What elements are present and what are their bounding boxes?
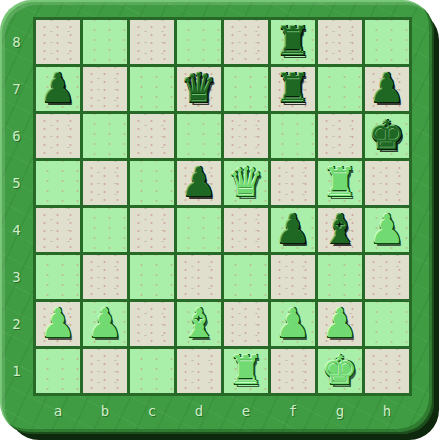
square-c1[interactable] xyxy=(130,349,174,393)
square-e3[interactable] xyxy=(224,255,268,299)
square-f3[interactable] xyxy=(271,255,315,299)
file-label-h: h xyxy=(365,399,409,423)
square-c4[interactable] xyxy=(130,208,174,252)
piece-white-bishop[interactable]: ♝ xyxy=(181,301,217,345)
square-d8[interactable] xyxy=(177,20,221,64)
square-a1[interactable] xyxy=(36,349,80,393)
square-g7[interactable] xyxy=(318,67,362,111)
square-h2[interactable] xyxy=(365,302,409,346)
square-h7[interactable]: ♟ xyxy=(365,67,409,111)
square-b2[interactable]: ♟ xyxy=(83,302,127,346)
square-g8[interactable] xyxy=(318,20,362,64)
piece-white-pawn[interactable]: ♟ xyxy=(275,301,311,345)
square-f8[interactable]: ♜ xyxy=(271,20,315,64)
rank-label-7: 7 xyxy=(0,67,33,111)
square-e5[interactable]: ♛ xyxy=(224,161,268,205)
file-label-c: c xyxy=(130,399,174,423)
piece-black-pawn[interactable]: ♟ xyxy=(369,66,405,110)
rank-label-1: 1 xyxy=(0,349,33,393)
square-d4[interactable] xyxy=(177,208,221,252)
piece-black-king[interactable]: ♚ xyxy=(369,113,405,157)
rank-labels: 87654321 xyxy=(0,20,33,393)
square-a5[interactable] xyxy=(36,161,80,205)
square-e6[interactable] xyxy=(224,114,268,158)
piece-white-pawn[interactable]: ♟ xyxy=(87,301,123,345)
piece-black-rook[interactable]: ♜ xyxy=(275,66,311,110)
square-h1[interactable] xyxy=(365,349,409,393)
square-b5[interactable] xyxy=(83,161,127,205)
piece-black-pawn[interactable]: ♟ xyxy=(40,66,76,110)
square-c8[interactable] xyxy=(130,20,174,64)
square-b3[interactable] xyxy=(83,255,127,299)
square-e1[interactable]: ♜ xyxy=(224,349,268,393)
rank-label-8: 8 xyxy=(0,20,33,64)
square-d5[interactable]: ♟ xyxy=(177,161,221,205)
file-label-f: f xyxy=(271,399,315,423)
square-a4[interactable] xyxy=(36,208,80,252)
square-c6[interactable] xyxy=(130,114,174,158)
square-d1[interactable] xyxy=(177,349,221,393)
rank-label-2: 2 xyxy=(0,302,33,346)
piece-white-queen[interactable]: ♛ xyxy=(228,160,264,204)
square-b7[interactable] xyxy=(83,67,127,111)
square-g2[interactable]: ♟ xyxy=(318,302,362,346)
square-b1[interactable] xyxy=(83,349,127,393)
square-h4[interactable]: ♟ xyxy=(365,208,409,252)
square-b4[interactable] xyxy=(83,208,127,252)
square-f4[interactable]: ♟ xyxy=(271,208,315,252)
file-label-b: b xyxy=(83,399,127,423)
piece-black-rook[interactable]: ♜ xyxy=(275,19,311,63)
square-a7[interactable]: ♟ xyxy=(36,67,80,111)
square-h3[interactable] xyxy=(365,255,409,299)
file-label-e: e xyxy=(224,399,268,423)
square-d3[interactable] xyxy=(177,255,221,299)
piece-white-king[interactable]: ♚ xyxy=(322,348,358,392)
square-d2[interactable]: ♝ xyxy=(177,302,221,346)
square-f5[interactable] xyxy=(271,161,315,205)
square-e4[interactable] xyxy=(224,208,268,252)
square-e2[interactable] xyxy=(224,302,268,346)
rank-label-3: 3 xyxy=(0,255,33,299)
square-d6[interactable] xyxy=(177,114,221,158)
square-e7[interactable] xyxy=(224,67,268,111)
piece-black-queen[interactable]: ♛ xyxy=(181,66,217,110)
piece-white-pawn[interactable]: ♟ xyxy=(369,207,405,251)
piece-white-pawn[interactable]: ♟ xyxy=(40,301,76,345)
square-b8[interactable] xyxy=(83,20,127,64)
square-a2[interactable]: ♟ xyxy=(36,302,80,346)
chess-board: ♜♟♛♜♟♚♟♛♜♟♝♟♟♟♝♟♟♜♚ xyxy=(33,17,412,396)
square-b6[interactable] xyxy=(83,114,127,158)
square-c7[interactable] xyxy=(130,67,174,111)
square-h6[interactable]: ♚ xyxy=(365,114,409,158)
rank-label-4: 4 xyxy=(0,208,33,252)
chess-app: 87654321 ♜♟♛♜♟♚♟♛♜♟♝♟♟♟♝♟♟♜♚ abcdefgh xyxy=(0,0,444,442)
square-h5[interactable] xyxy=(365,161,409,205)
rank-label-5: 5 xyxy=(0,161,33,205)
square-c5[interactable] xyxy=(130,161,174,205)
piece-white-rook[interactable]: ♜ xyxy=(228,348,264,392)
file-label-a: a xyxy=(36,399,80,423)
square-a8[interactable] xyxy=(36,20,80,64)
square-g1[interactable]: ♚ xyxy=(318,349,362,393)
piece-black-pawn[interactable]: ♟ xyxy=(181,160,217,204)
square-f7[interactable]: ♜ xyxy=(271,67,315,111)
piece-white-pawn[interactable]: ♟ xyxy=(322,301,358,345)
square-g5[interactable]: ♜ xyxy=(318,161,362,205)
piece-white-rook[interactable]: ♜ xyxy=(322,160,358,204)
square-d7[interactable]: ♛ xyxy=(177,67,221,111)
file-label-d: d xyxy=(177,399,221,423)
square-g6[interactable] xyxy=(318,114,362,158)
square-g4[interactable]: ♝ xyxy=(318,208,362,252)
square-f6[interactable] xyxy=(271,114,315,158)
file-label-g: g xyxy=(318,399,362,423)
piece-black-bishop[interactable]: ♝ xyxy=(322,207,358,251)
square-a6[interactable] xyxy=(36,114,80,158)
piece-black-pawn[interactable]: ♟ xyxy=(275,207,311,251)
square-c3[interactable] xyxy=(130,255,174,299)
square-h8[interactable] xyxy=(365,20,409,64)
square-e8[interactable] xyxy=(224,20,268,64)
square-f2[interactable]: ♟ xyxy=(271,302,315,346)
square-g3[interactable] xyxy=(318,255,362,299)
square-a3[interactable] xyxy=(36,255,80,299)
rank-label-6: 6 xyxy=(0,114,33,158)
square-f1[interactable] xyxy=(271,349,315,393)
file-labels: abcdefgh xyxy=(36,399,409,423)
square-c2[interactable] xyxy=(130,302,174,346)
